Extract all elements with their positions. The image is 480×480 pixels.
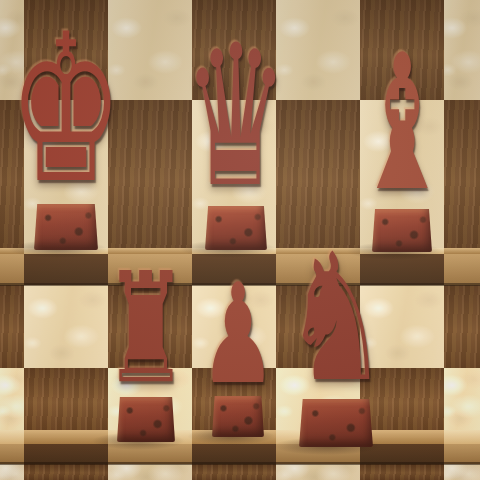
bishop-glyph: ♝ bbox=[353, 30, 450, 217]
king-glyph: ♚ bbox=[9, 7, 123, 212]
step-seam bbox=[0, 462, 480, 465]
board-square-light bbox=[276, 464, 360, 480]
step-face-light bbox=[444, 254, 480, 285]
board-square-light bbox=[24, 285, 108, 368]
step-face-light bbox=[0, 254, 24, 285]
board-square-light bbox=[108, 464, 192, 480]
board-square-light bbox=[444, 368, 480, 430]
knight-glyph: ♞ bbox=[284, 231, 388, 407]
board-square-dark bbox=[0, 285, 24, 368]
board-row-bottom-shelf bbox=[0, 464, 480, 480]
board-square-dark bbox=[360, 464, 444, 480]
board-square-dark bbox=[24, 464, 108, 480]
step-face-light bbox=[444, 444, 480, 464]
board-square-dark bbox=[444, 285, 480, 368]
viking-chess-board-scene: ♚♛♝♜♟♞ bbox=[0, 0, 480, 480]
step-face-dark bbox=[192, 444, 276, 464]
step-fold-light bbox=[0, 430, 24, 444]
board-row-step2-face bbox=[0, 444, 480, 464]
board-square-light bbox=[0, 464, 24, 480]
board-square-light bbox=[276, 0, 360, 100]
board-square-light bbox=[444, 464, 480, 480]
pawn-glyph: ♟ bbox=[200, 266, 277, 404]
board-square-light bbox=[0, 368, 24, 430]
step-fold-light bbox=[444, 430, 480, 444]
board-square-dark bbox=[192, 464, 276, 480]
rook-glyph: ♜ bbox=[104, 253, 188, 405]
step-face-dark bbox=[24, 254, 108, 285]
step-face-light bbox=[0, 444, 24, 464]
queen-glyph: ♛ bbox=[184, 19, 289, 214]
board-square-dark bbox=[24, 368, 108, 430]
